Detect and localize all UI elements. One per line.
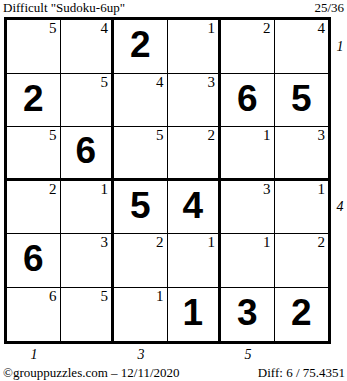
big-digit: 2 [7,74,60,127]
big-digit: 6 [7,234,60,287]
corner-number: 1 [263,127,271,144]
corner-number: 4 [318,20,326,37]
cell-r2c5[interactable]: 6 [221,74,275,128]
page-number: 25/36 [314,0,344,16]
cell-r6c3[interactable]: 1 [114,288,168,342]
page-title: Difficult "Sudoku-6up" [3,0,125,16]
corner-number: 1 [208,234,216,251]
cell-r3c2[interactable]: 6 [61,127,115,181]
corner-number: 2 [263,20,271,37]
cell-r6c2[interactable]: 5 [61,288,115,342]
cell-r5c2[interactable]: 3 [61,234,115,288]
corner-number: 4 [101,20,109,37]
cell-r6c6[interactable]: 2 [275,288,329,342]
difficulty-text: Diff: 6 / 75.4351 [258,365,345,381]
big-digit: 6 [61,127,112,178]
corner-number: 1 [208,20,216,37]
cell-r3c3[interactable]: 5 [114,127,168,181]
cell-r1c5[interactable]: 2 [221,20,275,74]
corner-number: 1 [263,234,271,251]
corner-number: 2 [156,234,164,251]
cell-r5c3[interactable]: 2 [114,234,168,288]
big-digit: 3 [221,288,274,342]
corner-number: 1 [318,181,326,198]
cell-r3c4[interactable]: 2 [168,127,222,181]
big-digit: 1 [168,288,219,342]
cell-r4c1[interactable]: 2 [7,181,61,235]
corner-number: 2 [318,234,326,251]
cell-r6c5[interactable]: 3 [221,288,275,342]
puzzle-page: Difficult "Sudoku-6up" 25/36 54212425436… [0,0,347,381]
col-marker-1: 1 [7,347,61,363]
cell-r5c6[interactable]: 2 [275,234,329,288]
corner-number: 5 [156,127,164,144]
corner-number: 6 [49,288,57,305]
corner-number: 5 [101,74,109,91]
cell-r2c4[interactable]: 3 [168,74,222,128]
cell-r1c1[interactable]: 5 [7,20,61,74]
col-marker-5: 5 [221,347,275,363]
corner-number: 5 [49,20,57,37]
cell-r1c6[interactable]: 4 [275,20,329,74]
cell-r6c4[interactable]: 1 [168,288,222,342]
cell-r5c5[interactable]: 1 [221,234,275,288]
row-marker-4: 4 [334,198,346,216]
cell-r4c3[interactable]: 5 [114,181,168,235]
corner-number: 2 [208,127,216,144]
corner-number: 5 [49,127,57,144]
cell-r4c5[interactable]: 3 [221,181,275,235]
row-marker-1: 1 [334,38,346,56]
cell-r2c2[interactable]: 5 [61,74,115,128]
cell-r1c2[interactable]: 4 [61,20,115,74]
corner-number: 3 [101,234,109,251]
cell-r3c6[interactable]: 3 [275,127,329,181]
cell-r4c2[interactable]: 1 [61,181,115,235]
big-digit: 6 [221,74,274,127]
big-digit: 5 [275,74,329,127]
cell-r1c3[interactable]: 2 [114,20,168,74]
cell-r6c1[interactable]: 6 [7,288,61,342]
corner-number: 3 [318,127,326,144]
cell-r5c4[interactable]: 1 [168,234,222,288]
cell-r1c4[interactable]: 1 [168,20,222,74]
cell-r2c6[interactable]: 5 [275,74,329,128]
cell-r4c4[interactable]: 4 [168,181,222,235]
corner-number: 3 [263,181,271,198]
corner-number: 1 [101,181,109,198]
big-digit: 5 [114,181,167,234]
sudoku-grid: 542124254365565213215431632112651132 [4,17,331,344]
big-digit: 2 [275,288,329,342]
cell-r2c1[interactable]: 2 [7,74,61,128]
col-marker-3: 3 [114,347,168,363]
corner-number: 5 [101,288,109,305]
big-digit: 4 [168,181,219,234]
cell-r3c1[interactable]: 5 [7,127,61,181]
corner-number: 1 [156,288,164,305]
cell-r3c5[interactable]: 1 [221,127,275,181]
cell-r4c6[interactable]: 1 [275,181,329,235]
cell-r2c3[interactable]: 4 [114,74,168,128]
corner-number: 4 [156,74,164,91]
corner-number: 2 [49,181,57,198]
corner-number: 3 [208,74,216,91]
copyright-text: ©grouppuzzles.com – 12/11/2020 [3,365,180,381]
cell-r5c1[interactable]: 6 [7,234,61,288]
big-digit: 2 [114,20,167,73]
